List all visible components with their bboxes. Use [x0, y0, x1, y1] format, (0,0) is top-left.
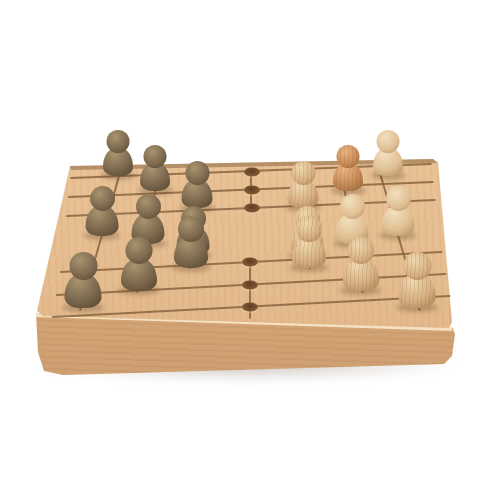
peg-head [90, 186, 115, 211]
peg-dark-7[interactable] [65, 252, 102, 308]
board-node-dot-3[interactable] [244, 204, 260, 213]
product-photo-stage [0, 0, 500, 500]
peg-head [144, 145, 167, 168]
peg-dark-1[interactable] [103, 130, 133, 176]
board-node-dot-1[interactable] [244, 168, 260, 177]
peg-light-1[interactable] [373, 130, 403, 176]
peg-light-7[interactable] [399, 252, 436, 308]
peg-dark-2[interactable] [140, 145, 170, 191]
peg-head [337, 145, 360, 168]
wood-grain-overlay [403, 252, 431, 280]
peg-head [178, 216, 204, 242]
wood-grain-overlay [337, 145, 360, 168]
peg-head [340, 194, 365, 219]
peg-head [69, 252, 97, 280]
board-node-dot-6[interactable] [242, 303, 258, 312]
board-node-dot-4[interactable] [242, 258, 258, 267]
peg-head [386, 186, 411, 211]
peg-light-2[interactable] [333, 145, 363, 191]
peg-head [107, 130, 130, 153]
peg-light-9[interactable] [292, 216, 326, 268]
peg-light-4[interactable] [382, 186, 415, 236]
board-node-dot-5[interactable] [242, 281, 258, 290]
wood-grain-overlay [291, 161, 315, 185]
peg-head [377, 130, 400, 153]
board-node-dot-2[interactable] [244, 186, 260, 195]
wood-grain-overlay [348, 237, 375, 264]
peg-head [185, 161, 209, 185]
game-board [0, 0, 500, 500]
peg-dark-4[interactable] [86, 186, 119, 236]
peg-dark-8[interactable] [121, 237, 157, 291]
peg-head [348, 237, 375, 264]
peg-dark-9[interactable] [174, 216, 208, 268]
peg-head [291, 161, 315, 185]
peg-head [126, 237, 153, 264]
peg-light-8[interactable] [343, 237, 379, 291]
peg-head [296, 216, 322, 242]
peg-head [403, 252, 431, 280]
peg-light-3[interactable] [288, 161, 319, 208]
peg-head [136, 194, 161, 219]
peg-dark-3[interactable] [182, 161, 213, 208]
wood-grain-overlay [296, 216, 322, 242]
